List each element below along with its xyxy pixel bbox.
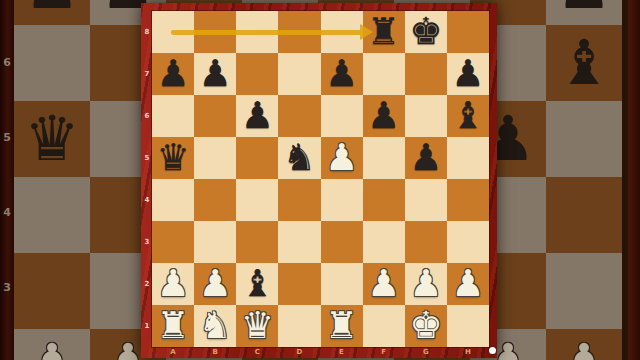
rank-label-6: 6 (142, 112, 152, 120)
square-h2[interactable]: ♟ (447, 263, 489, 305)
square-d4[interactable] (278, 179, 320, 221)
square-b2[interactable]: ♟ (194, 263, 236, 305)
piece-white-pawn-b2[interactable]: ♟ (194, 263, 236, 305)
piece-black-pawn-h7[interactable]: ♟ (447, 53, 489, 95)
square-c6[interactable]: ♟ (236, 95, 278, 137)
piece-white-rook-e1[interactable]: ♜ (321, 305, 363, 347)
square-g7[interactable] (405, 53, 447, 95)
square-d5[interactable]: ♞ (278, 137, 320, 179)
bg-rank-label-5: 5 (0, 131, 14, 144)
square-h1[interactable] (447, 305, 489, 347)
piece-black-pawn-c6[interactable]: ♟ (236, 95, 278, 137)
square-f7[interactable] (363, 53, 405, 95)
bg-rank-label-3: 3 (0, 281, 14, 294)
square-d3[interactable] (278, 221, 320, 263)
square-h5[interactable] (447, 137, 489, 179)
piece-white-rook-a1[interactable]: ♜ (152, 305, 194, 347)
square-g8[interactable]: ♚ (405, 11, 447, 53)
piece-white-pawn-h2[interactable]: ♟ (447, 263, 489, 305)
square-b8[interactable] (194, 11, 236, 53)
background-board-right-border (628, 0, 640, 360)
piece-white-knight-b1[interactable]: ♞ (194, 305, 236, 347)
square-a1[interactable]: ♜ (152, 305, 194, 347)
piece-black-pawn-a7[interactable]: ♟ (152, 53, 194, 95)
square-f1[interactable] (363, 305, 405, 347)
square-b7[interactable]: ♟ (194, 53, 236, 95)
bg-square-a2: ♟ (14, 329, 90, 360)
rank-label-8: 8 (142, 28, 152, 36)
square-g6[interactable] (405, 95, 447, 137)
square-b6[interactable] (194, 95, 236, 137)
bg-square-h6: ♝ (546, 25, 622, 101)
square-c7[interactable] (236, 53, 278, 95)
square-a7[interactable]: ♟ (152, 53, 194, 95)
square-c8[interactable] (236, 11, 278, 53)
bg-square-a4 (14, 177, 90, 253)
bg-square-a5: ♛ (14, 101, 90, 177)
square-a5[interactable]: ♛ (152, 137, 194, 179)
bg-rank-label-6: 6 (0, 56, 14, 69)
square-h3[interactable] (447, 221, 489, 263)
square-d2[interactable] (278, 263, 320, 305)
square-a8[interactable] (152, 11, 194, 53)
piece-black-bishop-c2[interactable]: ♝ (236, 263, 278, 305)
chess-board: ♜♚♟♟♟♟♟♟♝♛♞♟♟♟♟♝♟♟♟♜♞♛♜♚ 87654321ABCDEFG… (141, 3, 497, 358)
square-c1[interactable]: ♛ (236, 305, 278, 347)
square-b1[interactable]: ♞ (194, 305, 236, 347)
bg-piece-black-pawn: ♟ (14, 0, 90, 25)
piece-white-pawn-e5[interactable]: ♟ (321, 137, 363, 179)
square-e8[interactable] (321, 11, 363, 53)
square-g1[interactable]: ♚ (405, 305, 447, 347)
bg-piece-black-bishop: ♝ (546, 25, 622, 101)
file-label-H: H (447, 348, 489, 356)
square-d1[interactable] (278, 305, 320, 347)
file-label-B: B (194, 348, 236, 356)
bg-piece-white-pawn: ♟ (546, 329, 622, 360)
square-f5[interactable] (363, 137, 405, 179)
square-e4[interactable] (321, 179, 363, 221)
piece-black-pawn-f6[interactable]: ♟ (363, 95, 405, 137)
rank-label-3: 3 (142, 238, 152, 246)
background-board-left-border (0, 0, 14, 360)
bg-square-h4 (546, 177, 622, 253)
piece-white-pawn-g2[interactable]: ♟ (405, 263, 447, 305)
square-c2[interactable]: ♝ (236, 263, 278, 305)
bg-piece-black-pawn: ♟ (546, 0, 622, 25)
square-h6[interactable]: ♝ (447, 95, 489, 137)
white-to-move-indicator (489, 347, 496, 354)
piece-white-king-g1[interactable]: ♚ (405, 305, 447, 347)
piece-black-bishop-h6[interactable]: ♝ (447, 95, 489, 137)
square-e7[interactable]: ♟ (321, 53, 363, 95)
square-d7[interactable] (278, 53, 320, 95)
bg-square-h7: ♟ (546, 0, 622, 25)
piece-black-knight-d5[interactable]: ♞ (278, 137, 320, 179)
square-e2[interactable] (321, 263, 363, 305)
file-label-G: G (405, 348, 447, 356)
bg-square-h5 (546, 101, 622, 177)
file-label-D: D (278, 348, 320, 356)
piece-white-queen-c1[interactable]: ♛ (236, 305, 278, 347)
file-label-C: C (236, 348, 278, 356)
bg-piece-black-queen: ♛ (14, 101, 90, 177)
file-label-E: E (321, 348, 363, 356)
piece-white-pawn-a2[interactable]: ♟ (152, 263, 194, 305)
bg-square-a7: ♟ (14, 0, 90, 25)
square-h4[interactable] (447, 179, 489, 221)
square-f3[interactable] (363, 221, 405, 263)
bg-square-h2: ♟ (546, 329, 622, 360)
piece-black-pawn-e7[interactable]: ♟ (321, 53, 363, 95)
square-f8[interactable]: ♜ (363, 11, 405, 53)
square-b3[interactable] (194, 221, 236, 263)
square-e6[interactable] (321, 95, 363, 137)
square-e1[interactable]: ♜ (321, 305, 363, 347)
square-d8[interactable] (278, 11, 320, 53)
square-c3[interactable] (236, 221, 278, 263)
bg-square-a6 (14, 25, 90, 101)
bg-rank-label-4: 4 (0, 206, 14, 219)
rank-label-1: 1 (142, 322, 152, 330)
square-c4[interactable] (236, 179, 278, 221)
square-g3[interactable] (405, 221, 447, 263)
square-a2[interactable]: ♟ (152, 263, 194, 305)
bg-square-h3 (546, 253, 622, 329)
square-a3[interactable] (152, 221, 194, 263)
rank-label-4: 4 (142, 196, 152, 204)
square-e3[interactable] (321, 221, 363, 263)
square-f2[interactable]: ♟ (363, 263, 405, 305)
square-g4[interactable] (405, 179, 447, 221)
piece-black-pawn-b7[interactable]: ♟ (194, 53, 236, 95)
piece-black-queen-a5[interactable]: ♛ (152, 137, 194, 179)
square-h8[interactable] (447, 11, 489, 53)
square-a4[interactable] (152, 179, 194, 221)
square-b5[interactable] (194, 137, 236, 179)
rank-label-2: 2 (142, 280, 152, 288)
file-label-A: A (152, 348, 194, 356)
square-f6[interactable]: ♟ (363, 95, 405, 137)
square-h7[interactable]: ♟ (447, 53, 489, 95)
square-a6[interactable] (152, 95, 194, 137)
piece-black-rook-f8[interactable]: ♜ (363, 11, 405, 53)
rank-label-7: 7 (142, 70, 152, 78)
board-squares: ♜♚♟♟♟♟♟♟♝♛♞♟♟♟♟♝♟♟♟♜♞♛♜♚ (152, 11, 489, 347)
piece-white-pawn-f2[interactable]: ♟ (363, 263, 405, 305)
square-b4[interactable] (194, 179, 236, 221)
rank-label-5: 5 (142, 154, 152, 162)
square-e5[interactable]: ♟ (321, 137, 363, 179)
square-c5[interactable] (236, 137, 278, 179)
square-g2[interactable]: ♟ (405, 263, 447, 305)
square-g5[interactable]: ♟ (405, 137, 447, 179)
bg-square-a3 (14, 253, 90, 329)
piece-black-king-g8[interactable]: ♚ (405, 11, 447, 53)
square-f4[interactable] (363, 179, 405, 221)
square-d6[interactable] (278, 95, 320, 137)
piece-black-pawn-g5[interactable]: ♟ (405, 137, 447, 179)
file-label-F: F (363, 348, 405, 356)
bg-piece-white-pawn: ♟ (14, 329, 90, 360)
